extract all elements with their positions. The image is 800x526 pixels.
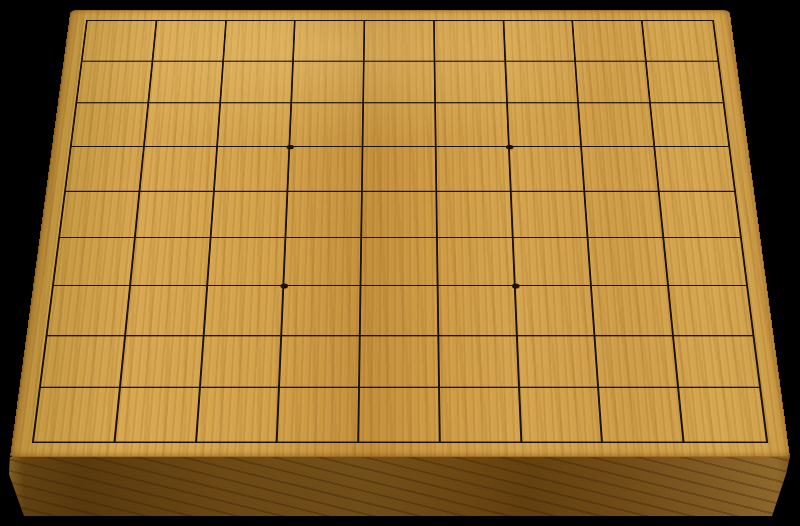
board-cell[interactable] xyxy=(211,192,289,238)
board-cell[interactable] xyxy=(214,147,290,192)
board-cell[interactable] xyxy=(506,62,580,104)
board-cell[interactable] xyxy=(126,286,208,336)
board-cell[interactable] xyxy=(218,104,293,147)
board-cell[interactable] xyxy=(224,21,296,62)
board-cell[interactable] xyxy=(77,62,153,104)
board-cell[interactable] xyxy=(674,336,759,388)
board-cell[interactable] xyxy=(149,62,224,104)
board-cell[interactable] xyxy=(153,21,226,62)
board-cell[interactable] xyxy=(221,62,295,104)
board-cell[interactable] xyxy=(72,104,149,147)
board-cell[interactable] xyxy=(600,388,685,442)
board-top-surface xyxy=(10,10,790,457)
board-cell[interactable] xyxy=(438,286,517,336)
board-cell[interactable] xyxy=(364,62,436,104)
board-cell[interactable] xyxy=(655,147,734,192)
board-cell[interactable] xyxy=(438,238,516,286)
board-cell[interactable] xyxy=(669,286,752,336)
star-point xyxy=(512,284,520,289)
board-cell[interactable] xyxy=(287,192,363,238)
board-cell[interactable] xyxy=(436,147,511,192)
board-cell[interactable] xyxy=(440,388,522,442)
board-cell[interactable] xyxy=(47,286,130,336)
board-cell[interactable] xyxy=(586,192,665,238)
board-cell[interactable] xyxy=(436,104,510,147)
board-cell[interactable] xyxy=(54,238,136,286)
star-point xyxy=(506,145,513,150)
board-cell[interactable] xyxy=(278,388,360,442)
board-cell[interactable] xyxy=(592,286,674,336)
photo-stage xyxy=(0,0,800,526)
board-cell[interactable] xyxy=(660,192,740,238)
board-cell[interactable] xyxy=(362,238,439,286)
board-cell[interactable] xyxy=(435,62,507,104)
board-cell[interactable] xyxy=(643,21,718,62)
board-cell[interactable] xyxy=(504,21,576,62)
board-cell[interactable] xyxy=(574,21,647,62)
board-cell[interactable] xyxy=(285,238,363,286)
board-cell[interactable] xyxy=(579,104,655,147)
board-cell[interactable] xyxy=(651,104,728,147)
board-cell[interactable] xyxy=(82,21,157,62)
board-cell[interactable] xyxy=(596,336,679,388)
board-cell[interactable] xyxy=(364,104,437,147)
board-cell[interactable] xyxy=(291,104,365,147)
board-cell[interactable] xyxy=(208,238,287,286)
board-cell[interactable] xyxy=(362,192,438,238)
board-cell[interactable] xyxy=(145,104,221,147)
board-cell[interactable] xyxy=(647,62,723,104)
board-cell[interactable] xyxy=(361,286,439,336)
board-cell[interactable] xyxy=(115,388,200,442)
board-cell[interactable] xyxy=(197,388,281,442)
board-cell[interactable] xyxy=(439,336,520,388)
board-cell[interactable] xyxy=(140,147,217,192)
board-cell[interactable] xyxy=(360,336,440,388)
board-cell[interactable] xyxy=(204,286,284,336)
board-cell[interactable] xyxy=(131,238,211,286)
board-cell[interactable] xyxy=(513,238,592,286)
board-cell[interactable] xyxy=(435,21,506,62)
board-cell[interactable] xyxy=(518,336,600,388)
board-cell[interactable] xyxy=(121,336,204,388)
board-cell[interactable] xyxy=(359,388,440,442)
board-cell[interactable] xyxy=(41,336,126,388)
board-cell[interactable] xyxy=(509,147,585,192)
board-cell[interactable] xyxy=(582,147,659,192)
board-grid xyxy=(32,20,768,443)
board-cell[interactable] xyxy=(200,336,282,388)
board-cell[interactable] xyxy=(60,192,140,238)
board-cell[interactable] xyxy=(520,388,604,442)
board-cell[interactable] xyxy=(280,336,361,388)
board-cell[interactable] xyxy=(589,238,669,286)
board-cell[interactable] xyxy=(664,238,746,286)
board-cell[interactable] xyxy=(515,286,595,336)
board-cell[interactable] xyxy=(363,147,437,192)
board-cell[interactable] xyxy=(511,192,589,238)
board-cell[interactable] xyxy=(282,286,361,336)
board-cell[interactable] xyxy=(508,104,583,147)
board-cell[interactable] xyxy=(292,62,364,104)
board-cell[interactable] xyxy=(365,21,436,62)
board-cell[interactable] xyxy=(437,192,513,238)
board-cell[interactable] xyxy=(576,62,651,104)
board-cell[interactable] xyxy=(294,21,365,62)
board-cell[interactable] xyxy=(679,388,766,442)
board-cell[interactable] xyxy=(135,192,214,238)
board-cell[interactable] xyxy=(66,147,145,192)
board-cell[interactable] xyxy=(34,388,121,442)
board-cell[interactable] xyxy=(289,147,364,192)
